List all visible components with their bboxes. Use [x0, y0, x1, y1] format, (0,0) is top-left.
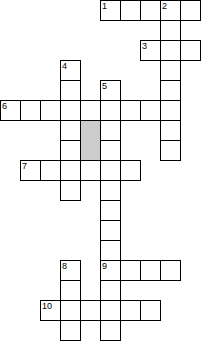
crossword-cell[interactable]: [120, 0, 141, 21]
crossword-cell[interactable]: [180, 0, 201, 21]
crossword-cell[interactable]: [100, 120, 121, 141]
clue-number: 5: [102, 81, 107, 91]
crossword-cell[interactable]: [140, 260, 161, 281]
clue-number: 4: [62, 61, 67, 71]
crossword-cell[interactable]: [100, 200, 121, 221]
crossword-cell[interactable]: [140, 100, 161, 121]
clue-number: 7: [22, 161, 27, 171]
crossword-cell[interactable]: 9: [100, 260, 121, 281]
clue-number: 1: [102, 1, 107, 11]
crossword-cell[interactable]: [80, 160, 101, 181]
crossword-cell[interactable]: [160, 80, 181, 101]
crossword-cell[interactable]: [60, 100, 81, 121]
crossword-cell[interactable]: [100, 280, 121, 301]
shaded-cell: [80, 120, 101, 161]
crossword-cell[interactable]: [160, 100, 181, 121]
clue-number: 10: [42, 301, 52, 311]
clue-number: 8: [62, 261, 67, 271]
crossword-cell[interactable]: [120, 100, 141, 121]
clue-number: 9: [102, 261, 107, 271]
crossword-cell[interactable]: [120, 300, 141, 321]
crossword-cell[interactable]: [60, 180, 81, 201]
crossword-cell[interactable]: [60, 320, 81, 341]
crossword-cell[interactable]: [100, 220, 121, 241]
crossword-cell[interactable]: 3: [140, 40, 161, 61]
clue-number: 2: [162, 1, 167, 11]
crossword-cell[interactable]: [100, 140, 121, 161]
crossword-cell[interactable]: [180, 40, 201, 61]
crossword-cell[interactable]: 6: [0, 100, 21, 121]
crossword-cell[interactable]: [20, 100, 41, 121]
crossword-cell[interactable]: 2: [160, 0, 181, 21]
crossword-cell[interactable]: [60, 280, 81, 301]
crossword-cell[interactable]: [80, 300, 101, 321]
crossword-cell[interactable]: [100, 240, 121, 261]
crossword-cell[interactable]: [120, 260, 141, 281]
crossword-cell[interactable]: [160, 60, 181, 81]
crossword-cell[interactable]: [60, 80, 81, 101]
crossword-cell[interactable]: [140, 0, 161, 21]
crossword-cell[interactable]: [100, 300, 121, 321]
crossword-cell[interactable]: [160, 140, 181, 161]
clue-number: 6: [2, 101, 7, 111]
crossword-cell[interactable]: 4: [60, 60, 81, 81]
crossword-cell[interactable]: [60, 300, 81, 321]
crossword-cell[interactable]: [40, 160, 61, 181]
crossword-cell[interactable]: [120, 160, 141, 181]
crossword-cell[interactable]: [100, 320, 121, 341]
crossword-cell[interactable]: [100, 100, 121, 121]
crossword-cell[interactable]: [80, 100, 101, 121]
crossword-cell[interactable]: [100, 160, 121, 181]
crossword-cell[interactable]: [100, 180, 121, 201]
crossword-cell[interactable]: [140, 300, 161, 321]
crossword-cell[interactable]: 5: [100, 80, 121, 101]
crossword-cell[interactable]: [160, 260, 181, 281]
crossword-cell[interactable]: 8: [60, 260, 81, 281]
clue-number: 3: [142, 41, 147, 51]
crossword-cell[interactable]: [60, 160, 81, 181]
crossword-cell[interactable]: 7: [20, 160, 41, 181]
crossword-cell[interactable]: 10: [40, 300, 61, 321]
crossword-cell[interactable]: [160, 40, 181, 61]
crossword-cell[interactable]: [160, 120, 181, 141]
crossword-cell[interactable]: [60, 120, 81, 141]
crossword-board: 12345678910: [0, 0, 201, 341]
crossword-cell[interactable]: 1: [100, 0, 121, 21]
crossword-cell[interactable]: [160, 20, 181, 41]
crossword-cell[interactable]: [40, 100, 61, 121]
crossword-cell[interactable]: [60, 140, 81, 161]
